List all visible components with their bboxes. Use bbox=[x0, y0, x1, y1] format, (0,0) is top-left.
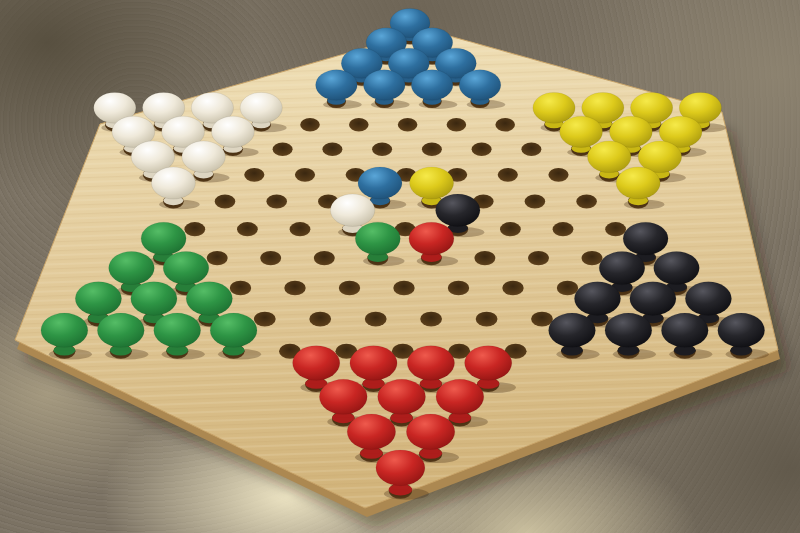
peg-head bbox=[465, 346, 512, 381]
board-hole[interactable] bbox=[531, 312, 553, 327]
board-hole[interactable] bbox=[372, 143, 392, 157]
chinese-checkers-board bbox=[0, 0, 800, 533]
peg-head bbox=[718, 313, 765, 347]
peg-head bbox=[410, 167, 454, 199]
board-hole[interactable] bbox=[273, 143, 293, 157]
board-hole[interactable] bbox=[476, 312, 498, 327]
board-hole[interactable] bbox=[448, 281, 469, 296]
peg-head bbox=[350, 346, 397, 381]
board-hole[interactable] bbox=[525, 195, 546, 209]
peg-head bbox=[623, 222, 668, 255]
granite-countertop bbox=[0, 0, 800, 533]
board-hole[interactable] bbox=[260, 251, 281, 265]
peg-head bbox=[358, 167, 402, 199]
peg-head bbox=[131, 282, 177, 316]
peg-head bbox=[151, 167, 195, 199]
board-hole[interactable] bbox=[254, 312, 276, 327]
board-hole[interactable] bbox=[422, 143, 442, 157]
board-hole[interactable] bbox=[548, 168, 568, 182]
board-hole[interactable] bbox=[284, 281, 305, 296]
peg-head bbox=[316, 70, 358, 100]
peg-head bbox=[347, 414, 395, 449]
board-hole[interactable] bbox=[528, 251, 549, 265]
board-hole[interactable] bbox=[576, 195, 597, 209]
peg-head bbox=[97, 313, 144, 347]
peg-head bbox=[406, 414, 454, 449]
peg-head bbox=[661, 313, 708, 347]
board-hole[interactable] bbox=[474, 251, 495, 265]
board-hole[interactable] bbox=[500, 222, 521, 236]
board-hole[interactable] bbox=[521, 143, 541, 157]
board-hole[interactable] bbox=[207, 251, 228, 265]
board-hole[interactable] bbox=[495, 118, 515, 131]
board-hole[interactable] bbox=[300, 118, 320, 131]
board-hole[interactable] bbox=[314, 251, 335, 265]
peg-head bbox=[459, 70, 501, 100]
peg-head bbox=[411, 70, 453, 100]
board-hole[interactable] bbox=[557, 281, 578, 296]
peg-head bbox=[182, 141, 225, 173]
peg-head bbox=[685, 282, 731, 316]
peg-head bbox=[605, 313, 652, 347]
board-hole[interactable] bbox=[295, 168, 315, 182]
board-hole[interactable] bbox=[553, 222, 574, 236]
peg-head bbox=[549, 313, 596, 347]
peg-head bbox=[560, 116, 603, 147]
board-hole[interactable] bbox=[365, 312, 387, 327]
peg-head bbox=[599, 251, 645, 284]
board-hole[interactable] bbox=[215, 195, 236, 209]
peg-head bbox=[616, 167, 660, 199]
board-hole[interactable] bbox=[230, 281, 251, 296]
peg-head bbox=[154, 313, 201, 347]
peg-head bbox=[330, 194, 374, 226]
peg-head bbox=[319, 379, 367, 414]
peg-head bbox=[41, 313, 88, 347]
board-hole[interactable] bbox=[498, 168, 518, 182]
peg-head bbox=[533, 92, 575, 123]
peg-head bbox=[407, 346, 454, 381]
peg-head bbox=[293, 346, 340, 381]
peg-head bbox=[210, 313, 257, 347]
board-hole[interactable] bbox=[322, 143, 342, 157]
board-hole[interactable] bbox=[349, 118, 369, 131]
board-hole[interactable] bbox=[244, 168, 264, 182]
peg-head bbox=[364, 70, 406, 100]
board-hole[interactable] bbox=[420, 312, 442, 327]
peg-head bbox=[75, 282, 121, 316]
peg-head bbox=[436, 379, 484, 414]
board-hole[interactable] bbox=[290, 222, 311, 236]
peg-head bbox=[212, 116, 255, 147]
peg-head bbox=[436, 194, 480, 226]
board-hole[interactable] bbox=[472, 143, 492, 157]
peg-head bbox=[186, 282, 232, 316]
board-hole[interactable] bbox=[502, 281, 523, 296]
peg-head bbox=[378, 379, 426, 414]
board-hole[interactable] bbox=[184, 222, 205, 236]
board-hole[interactable] bbox=[237, 222, 258, 236]
board-hole[interactable] bbox=[605, 222, 626, 236]
peg-head bbox=[240, 92, 282, 123]
peg-head bbox=[654, 251, 700, 284]
board-hole[interactable] bbox=[393, 281, 414, 296]
board-hole[interactable] bbox=[266, 195, 287, 209]
peg-head bbox=[163, 251, 209, 284]
peg-head bbox=[109, 251, 155, 284]
peg-head bbox=[376, 450, 425, 486]
board-hole[interactable] bbox=[398, 118, 418, 131]
peg-head bbox=[141, 222, 186, 255]
peg-head bbox=[409, 222, 454, 255]
board-hole[interactable] bbox=[309, 312, 331, 327]
board-hole[interactable] bbox=[582, 251, 603, 265]
board-hole[interactable] bbox=[447, 118, 467, 131]
peg-head bbox=[588, 141, 631, 173]
peg-head bbox=[355, 222, 400, 255]
peg-head bbox=[574, 282, 620, 316]
board-hole[interactable] bbox=[339, 281, 360, 296]
peg-head bbox=[630, 282, 676, 316]
